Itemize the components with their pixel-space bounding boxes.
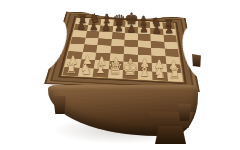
scene: ♜♞♝♛♚♝♞♜♟♟♟♟♟♟♟♟♟♟♟♟♟♟♟♟♜♞♝♛♚♝♞♜ [0,0,240,150]
piece-black-pawn-g7[interactable]: ♟ [152,24,161,34]
piece-black-pawn-h7[interactable]: ♟ [165,25,174,35]
piece-black-pawn-e7[interactable]: ♟ [127,23,136,33]
piece-black-pawn-b7[interactable]: ♟ [89,21,98,31]
piece-white-knight-g1[interactable]: ♞ [153,65,166,79]
piece-black-pawn-c7[interactable]: ♟ [102,22,111,32]
piece-layer: ♜♞♝♛♚♝♞♜♟♟♟♟♟♟♟♟♟♟♟♟♟♟♟♟♜♞♝♛♚♝♞♜ [0,0,240,150]
piece-black-pawn-d7[interactable]: ♟ [114,22,123,32]
piece-white-bishop-c1[interactable]: ♝ [94,61,108,76]
piece-black-pawn-a7[interactable]: ♟ [76,20,85,30]
piece-white-bishop-f1[interactable]: ♝ [138,64,152,79]
piece-white-king-e1[interactable]: ♚ [122,59,139,78]
piece-white-rook-h1[interactable]: ♜ [168,67,180,80]
piece-white-knight-b1[interactable]: ♞ [79,61,92,75]
piece-white-rook-a1[interactable]: ♜ [65,61,77,74]
piece-black-pawn-f7[interactable]: ♟ [139,24,148,34]
